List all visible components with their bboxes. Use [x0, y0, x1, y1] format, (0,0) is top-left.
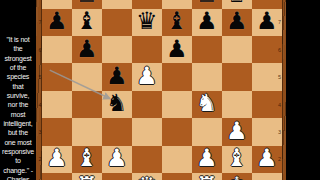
square-c1[interactable]: [102, 173, 132, 180]
quote-line: of the: [0, 63, 36, 72]
white-knight-f4[interactable]: ♞: [192, 91, 222, 118]
black-pawn-f7[interactable]: ♟: [192, 9, 222, 36]
square-b2[interactable]: ♝: [72, 146, 102, 173]
square-c2[interactable]: ♟: [102, 146, 132, 173]
white-queen-d1[interactable]: ♛: [132, 173, 162, 180]
white-rook-b1[interactable]: ♜: [72, 173, 102, 180]
quote-line: one most: [0, 138, 36, 147]
quote-line: nor the: [0, 100, 36, 109]
square-c6[interactable]: [102, 36, 132, 63]
square-e7[interactable]: ♝: [162, 9, 192, 36]
square-g3[interactable]: ♟: [222, 118, 252, 145]
rank-label-right-6: 6: [277, 47, 283, 53]
white-pawn-g3[interactable]: ♟: [222, 118, 252, 145]
square-b3[interactable]: [72, 118, 102, 145]
rank-label-left-7: 7: [37, 19, 43, 25]
square-f5[interactable]: [192, 63, 222, 90]
square-a5[interactable]: [42, 63, 72, 90]
black-pawn-e6[interactable]: ♟: [162, 36, 192, 63]
white-pawn-a2[interactable]: ♟: [42, 146, 72, 173]
square-f1[interactable]: ♜: [192, 173, 222, 180]
square-c3[interactable]: [102, 118, 132, 145]
square-b1[interactable]: ♜: [72, 173, 102, 180]
quote-line: but the: [0, 128, 36, 137]
square-a4[interactable]: [42, 91, 72, 118]
video-frame: "It is notthestrongestof thespeciesthats…: [0, 0, 320, 180]
square-d3[interactable]: [132, 118, 162, 145]
rank-label-right-5: 5: [277, 74, 283, 80]
square-g1[interactable]: ♚: [222, 173, 252, 180]
quote-line: intelligent,: [0, 119, 36, 128]
square-b6[interactable]: ♟: [72, 36, 102, 63]
square-d2[interactable]: [132, 146, 162, 173]
square-d1[interactable]: ♛: [132, 173, 162, 180]
square-a3[interactable]: [42, 118, 72, 145]
white-bishop-g2[interactable]: ♝: [222, 146, 252, 173]
square-c5[interactable]: ♟: [102, 63, 132, 90]
square-f4[interactable]: ♞: [192, 91, 222, 118]
square-e2[interactable]: [162, 146, 192, 173]
square-b5[interactable]: [72, 63, 102, 90]
quote-panel: "It is notthestrongestof thespeciesthats…: [0, 0, 36, 180]
square-h1[interactable]: [252, 173, 282, 180]
quote-line: that: [0, 82, 36, 91]
square-d7[interactable]: ♛: [132, 9, 162, 36]
chess-board[interactable]: ♜♜♚♟♝♛♝♟♟♟♟♟♟♟♞♞♟♟♝♟♟♝♟♜♛♜♚: [42, 0, 282, 180]
square-a6[interactable]: [42, 36, 72, 63]
square-c7[interactable]: [102, 9, 132, 36]
quote-line: to: [0, 156, 36, 165]
square-f7[interactable]: ♟: [192, 9, 222, 36]
square-g7[interactable]: ♟: [222, 9, 252, 36]
square-d4[interactable]: [132, 91, 162, 118]
square-d6[interactable]: [132, 36, 162, 63]
square-b7[interactable]: ♝: [72, 9, 102, 36]
square-g2[interactable]: ♝: [222, 146, 252, 173]
rank-label-right-4: 4: [277, 102, 283, 108]
black-queen-d7[interactable]: ♛: [132, 9, 162, 36]
square-a2[interactable]: ♟: [42, 146, 72, 173]
rank-label-left-6: 6: [37, 47, 43, 53]
quote-line: survive,: [0, 91, 36, 100]
square-d5[interactable]: ♟: [132, 63, 162, 90]
square-g5[interactable]: [222, 63, 252, 90]
black-pawn-a7[interactable]: ♟: [42, 9, 72, 36]
rank-label-right-3: 3: [277, 129, 283, 135]
quote-line: the: [0, 44, 36, 53]
square-e3[interactable]: [162, 118, 192, 145]
rank-label-right-7: 7: [277, 19, 283, 25]
quote-line: most: [0, 110, 36, 119]
quote-line: strongest: [0, 54, 36, 63]
rank-label-right-2: 2: [277, 156, 283, 162]
rank-label-left-5: 5: [37, 74, 43, 80]
black-pawn-g7[interactable]: ♟: [222, 9, 252, 36]
white-pawn-f2[interactable]: ♟: [192, 146, 222, 173]
chess-board-frame: ♜♜♚♟♝♛♝♟♟♟♟♟♟♟♞♞♟♟♝♟♟♝♟♜♛♜♚ 887766554433…: [36, 0, 286, 180]
white-bishop-b2[interactable]: ♝: [72, 146, 102, 173]
square-e1[interactable]: [162, 173, 192, 180]
black-pawn-c5[interactable]: ♟: [102, 63, 132, 90]
square-f3[interactable]: [192, 118, 222, 145]
black-knight-c4[interactable]: ♞: [102, 91, 132, 118]
quote-line: Charles: [0, 175, 36, 180]
black-bishop-e7[interactable]: ♝: [162, 9, 192, 36]
square-a7[interactable]: ♟: [42, 9, 72, 36]
black-pawn-b6[interactable]: ♟: [72, 36, 102, 63]
square-f2[interactable]: ♟: [192, 146, 222, 173]
white-king-g1[interactable]: ♚: [222, 173, 252, 180]
black-bishop-b7[interactable]: ♝: [72, 9, 102, 36]
square-b4[interactable]: [72, 91, 102, 118]
rank-label-left-4: 4: [37, 102, 43, 108]
quote-line: species: [0, 72, 36, 81]
quote-line: responsive: [0, 147, 36, 156]
square-e5[interactable]: [162, 63, 192, 90]
white-pawn-d5[interactable]: ♟: [132, 63, 162, 90]
rank-label-left-2: 2: [37, 156, 43, 162]
quote-line: "It is not: [0, 35, 36, 44]
white-pawn-c2[interactable]: ♟: [102, 146, 132, 173]
square-g6[interactable]: [222, 36, 252, 63]
square-e4[interactable]: [162, 91, 192, 118]
square-g4[interactable]: [222, 91, 252, 118]
square-c4[interactable]: ♞: [102, 91, 132, 118]
square-f6[interactable]: [192, 36, 222, 63]
square-c8[interactable]: [102, 0, 132, 9]
square-a1[interactable]: [42, 173, 72, 180]
square-e6[interactable]: ♟: [162, 36, 192, 63]
white-rook-f1[interactable]: ♜: [192, 173, 222, 180]
quote-line: change." -: [0, 166, 36, 175]
rank-label-left-3: 3: [37, 129, 43, 135]
